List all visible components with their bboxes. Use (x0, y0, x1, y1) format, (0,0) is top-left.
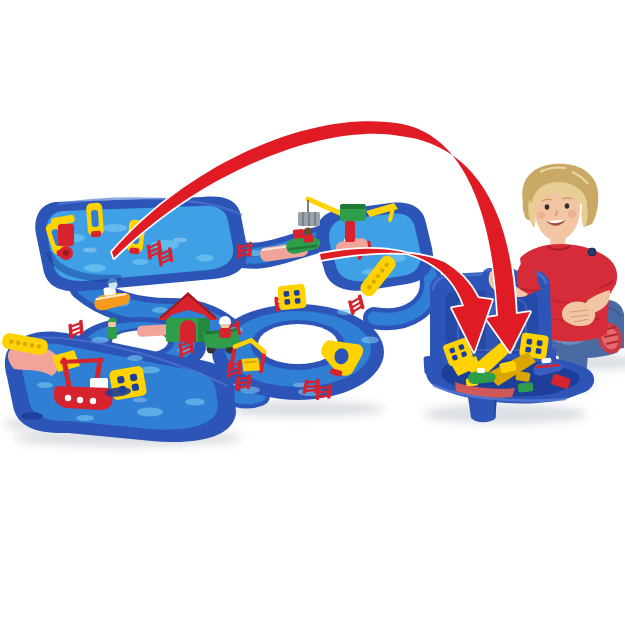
scene-svg (0, 0, 625, 625)
sleeve-badge (588, 248, 596, 256)
child-head (522, 164, 598, 240)
product-photo-stage (0, 0, 625, 625)
canal-figure (107, 318, 117, 340)
